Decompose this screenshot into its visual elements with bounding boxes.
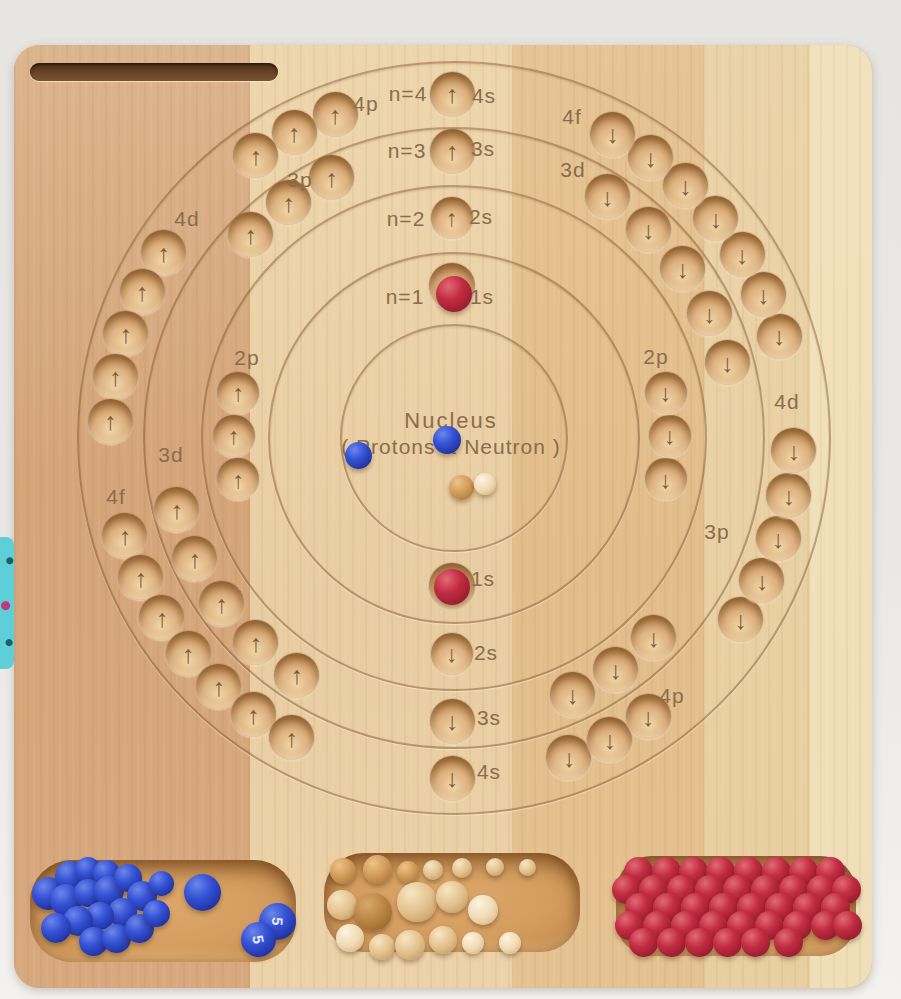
- dimple-2p-up-2[interactable]: ↑: [213, 415, 255, 457]
- orbital-label-4d-15: 4d: [774, 390, 799, 414]
- orbital-label-3p-7: 3p: [287, 168, 312, 192]
- dimple-2p-down-1[interactable]: ↓: [645, 458, 687, 500]
- orbital-label-1s-12: 1s: [470, 285, 494, 309]
- up-arrow-icon: ↑: [290, 663, 303, 688]
- dimple-2s-up-1[interactable]: ↑: [431, 197, 473, 239]
- tray-neutron-ball-14[interactable]: [369, 934, 395, 960]
- down-arrow-icon: ↓: [773, 324, 786, 349]
- up-arrow-icon: ↑: [329, 103, 342, 128]
- dimple-3s-up-1[interactable]: ↑: [430, 129, 475, 174]
- up-arrow-icon: ↑: [446, 207, 458, 231]
- tray-neutron-ball-3[interactable]: [397, 861, 419, 883]
- down-arrow-icon: ↓: [756, 569, 769, 594]
- down-arrow-icon: ↓: [642, 705, 655, 730]
- up-arrow-icon: ↑: [446, 82, 459, 107]
- down-arrow-icon: ↓: [660, 382, 672, 406]
- dimple-3p-up-1[interactable]: ↑: [309, 155, 354, 200]
- dimple-4d-up-5[interactable]: ↑: [88, 399, 133, 444]
- blue-ball-nucleus-2[interactable]: [433, 426, 461, 454]
- down-arrow-icon: ↓: [647, 626, 660, 651]
- orbital-label-4p-22: 4p: [659, 684, 684, 708]
- tray-proton-ball-39[interactable]: [741, 928, 770, 957]
- ball-number: 5: [238, 919, 279, 960]
- wood-ball-nucleus-2[interactable]: [474, 473, 496, 495]
- down-arrow-icon: ↓: [787, 439, 800, 464]
- orbital-label-1s-19: 1s: [471, 567, 495, 591]
- up-arrow-icon: ↑: [215, 592, 228, 617]
- dimple-2p-up-1[interactable]: ↑: [217, 372, 259, 414]
- dimple-4s-up-1[interactable]: ↑: [430, 72, 475, 117]
- up-arrow-icon: ↑: [156, 606, 169, 631]
- tray-neutron-ball-7[interactable]: [519, 859, 536, 876]
- up-arrow-icon: ↑: [136, 280, 149, 305]
- dimple-3d-up-3[interactable]: ↑: [199, 581, 244, 626]
- dimple-4f-down-6[interactable]: ↓: [628, 135, 673, 180]
- tray-neutron-ball-11[interactable]: [436, 881, 468, 913]
- up-arrow-icon: ↑: [182, 642, 195, 667]
- up-arrow-icon: ↑: [285, 726, 298, 751]
- down-arrow-icon: ↓: [757, 283, 770, 308]
- up-arrow-icon: ↑: [247, 703, 260, 728]
- dimple-3d-down-1[interactable]: ↓: [705, 340, 750, 385]
- cyan-object: [0, 537, 14, 669]
- board: Nucleus ( Protons & Neutron ) ↑↓↑↑↑↑↓↓↓↓…: [14, 45, 872, 988]
- scene: Nucleus ( Protons & Neutron ) ↑↓↑↑↑↑↓↓↓↓…: [0, 0, 901, 999]
- up-arrow-icon: ↑: [134, 566, 147, 591]
- tray-neutron-ball-5[interactable]: [452, 858, 472, 878]
- orbital-label-3p-18: 3p: [704, 520, 729, 544]
- tray-electron-ball-17[interactable]: [143, 900, 170, 927]
- up-arrow-icon: ↑: [212, 675, 225, 700]
- down-arrow-icon: ↓: [772, 527, 785, 552]
- orbital-label-2p-14: 2p: [643, 345, 668, 369]
- dimple-3d-down-3[interactable]: ↓: [660, 246, 705, 291]
- up-arrow-icon: ↑: [109, 365, 122, 390]
- down-arrow-icon: ↓: [783, 484, 796, 509]
- down-arrow-icon: ↓: [644, 146, 657, 171]
- down-arrow-icon: ↓: [609, 658, 622, 683]
- orbital-label-3d-6: 3d: [560, 158, 585, 182]
- dimple-2p-down-3[interactable]: ↓: [645, 372, 687, 414]
- dimple-4d-up-1[interactable]: ↑: [141, 230, 186, 275]
- down-arrow-icon: ↓: [736, 243, 749, 268]
- orbital-label-n=3-4: n=3: [388, 139, 427, 163]
- down-arrow-icon: ↓: [710, 207, 723, 232]
- dimple-4s-down-1[interactable]: ↓: [430, 756, 475, 801]
- dimple-3p-down-1[interactable]: ↓: [550, 672, 595, 717]
- dimple-3p-down-2[interactable]: ↓: [593, 647, 638, 692]
- dimple-4f-down-7[interactable]: ↓: [590, 112, 635, 157]
- tray-proton-ball-40[interactable]: [774, 928, 803, 957]
- down-arrow-icon: ↓: [566, 683, 579, 708]
- red-ball-1s-up[interactable]: [436, 276, 472, 312]
- dimple-4d-up-2[interactable]: ↑: [120, 269, 165, 314]
- down-arrow-icon: ↓: [563, 746, 576, 771]
- down-arrow-icon: ↓: [703, 302, 716, 327]
- up-arrow-icon: ↑: [104, 409, 117, 434]
- up-arrow-icon: ↑: [288, 121, 301, 146]
- down-arrow-icon: ↓: [601, 185, 614, 210]
- down-arrow-icon: ↓: [606, 122, 619, 147]
- dimple-4f-down-1[interactable]: ↓: [757, 314, 802, 359]
- up-arrow-icon: ↑: [325, 166, 338, 191]
- up-arrow-icon: ↑: [282, 191, 295, 216]
- dimple-3d-up-5[interactable]: ↑: [274, 653, 319, 698]
- dimple-4p-up-2[interactable]: ↑: [272, 110, 317, 155]
- orbital-label-3s-21: 3s: [477, 706, 501, 730]
- dimple-4d-down-1[interactable]: ↓: [718, 597, 763, 642]
- down-arrow-icon: ↓: [679, 174, 692, 199]
- blue-ball-nucleus-1[interactable]: [345, 442, 372, 469]
- orbital-label-4f-3: 4f: [562, 105, 582, 129]
- tray-neutron-ball-15[interactable]: [395, 930, 425, 960]
- tray-proton-ball-37[interactable]: [685, 928, 714, 957]
- tray-electron-ball-21[interactable]: 5: [241, 922, 276, 957]
- orbital-label-4f-17: 4f: [106, 485, 126, 509]
- tray-electron-ball-19[interactable]: [184, 874, 221, 911]
- dimple-3p-up-3[interactable]: ↑: [228, 212, 273, 257]
- down-arrow-icon: ↓: [446, 766, 459, 791]
- dimple-4d-up-4[interactable]: ↑: [93, 354, 138, 399]
- up-arrow-icon: ↑: [244, 223, 257, 248]
- dimple-4f-down-2[interactable]: ↓: [741, 272, 786, 317]
- down-arrow-icon: ↓: [604, 728, 617, 753]
- up-arrow-icon: ↑: [232, 469, 244, 493]
- tray-electron-ball-13[interactable]: [41, 913, 71, 943]
- orbital-label-3d-16: 3d: [158, 443, 183, 467]
- up-arrow-icon: ↑: [188, 547, 201, 572]
- down-arrow-icon: ↓: [721, 351, 734, 376]
- up-arrow-icon: ↑: [120, 322, 133, 347]
- dimple-3d-down-4[interactable]: ↓: [626, 207, 671, 252]
- tray-neutron-ball-16[interactable]: [429, 926, 457, 954]
- tray-neutron-ball-13[interactable]: [336, 924, 364, 952]
- orbital-label-n=2-8: n=2: [387, 207, 426, 231]
- dimple-4d-up-3[interactable]: ↑: [103, 311, 148, 356]
- up-arrow-icon: ↑: [157, 241, 170, 266]
- dimple-4f-down-3[interactable]: ↓: [720, 232, 765, 277]
- orbital-label-4p-0: 4p: [353, 92, 378, 116]
- orbital-label-3s-5: 3s: [471, 137, 495, 161]
- tray-proton-ball-36[interactable]: [657, 928, 686, 957]
- tray-neutron-ball-6[interactable]: [486, 858, 504, 876]
- orbital-label-4s-23: 4s: [477, 760, 501, 784]
- orbital-label-2s-20: 2s: [474, 641, 498, 665]
- tray-proton-ball-34[interactable]: [833, 911, 862, 940]
- up-arrow-icon: ↑: [228, 425, 240, 449]
- tray-neutron-ball-18[interactable]: [499, 932, 521, 954]
- dimple-4d-down-4[interactable]: ↓: [766, 473, 811, 518]
- up-arrow-icon: ↑: [119, 524, 132, 549]
- down-arrow-icon: ↓: [446, 643, 458, 667]
- dimple-4d-down-3[interactable]: ↓: [756, 516, 801, 561]
- dimple-2p-down-2[interactable]: ↓: [649, 415, 691, 457]
- tray-neutron-ball-1[interactable]: [330, 858, 356, 884]
- tray-neutron-ball-10[interactable]: [397, 882, 437, 922]
- tray-neutron-ball-2[interactable]: [363, 855, 392, 884]
- orbital-label-4d-10: 4d: [174, 207, 199, 231]
- up-arrow-icon: ↑: [232, 382, 244, 406]
- orbital-label-4s-2: 4s: [472, 84, 496, 108]
- down-arrow-icon: ↓: [734, 608, 747, 633]
- up-arrow-icon: ↑: [170, 498, 183, 523]
- tray-neutron-ball-8[interactable]: [327, 890, 357, 920]
- wood-ball-nucleus-1[interactable]: [449, 475, 474, 500]
- dimple-4p-down-2[interactable]: ↓: [587, 717, 632, 762]
- tray-proton-ball-35[interactable]: [629, 928, 658, 957]
- tray-proton-ball-38[interactable]: [713, 928, 742, 957]
- dimple-3d-down-5[interactable]: ↓: [585, 174, 630, 219]
- down-arrow-icon: ↓: [664, 425, 676, 449]
- tray-electron-ball-18[interactable]: [149, 871, 174, 896]
- up-arrow-icon: ↑: [250, 144, 263, 169]
- tray-neutron-ball-9[interactable]: [354, 893, 392, 931]
- tray-neutron-ball-4[interactable]: [423, 860, 443, 880]
- dimple-4f-down-5[interactable]: ↓: [663, 163, 708, 208]
- up-arrow-icon: ↑: [446, 139, 459, 164]
- dimple-4p-up-1[interactable]: ↑: [313, 92, 358, 137]
- orbital-label-2p-13: 2p: [234, 346, 259, 370]
- dimple-3d-down-2[interactable]: ↓: [687, 291, 732, 336]
- dimple-2s-down-1[interactable]: ↓: [431, 633, 473, 675]
- down-arrow-icon: ↓: [660, 469, 672, 493]
- down-arrow-icon: ↓: [446, 709, 459, 734]
- orbital-label-n=1-11: n=1: [386, 285, 425, 309]
- dimple-3p-down-3[interactable]: ↓: [631, 615, 676, 660]
- pencil-slot: [30, 63, 278, 81]
- tray-neutron-ball-12[interactable]: [468, 895, 498, 925]
- orbital-label-2s-9: 2s: [469, 205, 493, 229]
- down-arrow-icon: ↓: [642, 218, 655, 243]
- tray-neutron-ball-17[interactable]: [462, 932, 484, 954]
- up-arrow-icon: ↑: [250, 631, 263, 656]
- red-ball-1s-down[interactable]: [434, 569, 470, 605]
- dimple-3s-down-1[interactable]: ↓: [430, 699, 475, 744]
- down-arrow-icon: ↓: [676, 257, 689, 282]
- orbital-label-n=4-1: n=4: [389, 82, 428, 106]
